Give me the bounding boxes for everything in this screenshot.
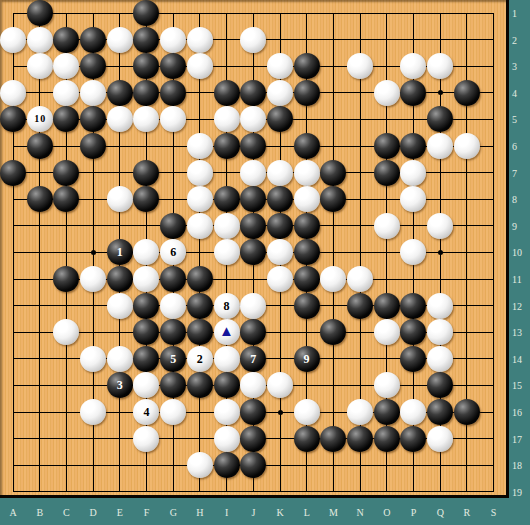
board-cell[interactable] — [80, 239, 107, 266]
board-cell[interactable] — [80, 79, 107, 106]
board-cell[interactable] — [80, 292, 107, 319]
board-cell[interactable] — [160, 266, 187, 293]
board-cell[interactable] — [267, 425, 294, 452]
board-cell[interactable] — [26, 79, 53, 106]
board-cell[interactable] — [106, 159, 133, 186]
board-cell[interactable] — [106, 26, 133, 53]
board-cell[interactable] — [240, 186, 267, 213]
board-cell[interactable] — [213, 478, 240, 505]
board-cell[interactable] — [240, 372, 267, 399]
board-cell[interactable] — [106, 53, 133, 80]
board-cell[interactable] — [106, 212, 133, 239]
board-cell[interactable] — [267, 478, 294, 505]
board-cell[interactable] — [347, 106, 374, 133]
board-cell[interactable] — [373, 133, 400, 160]
board-cell[interactable] — [187, 186, 214, 213]
board-cell[interactable] — [267, 292, 294, 319]
board-cell[interactable] — [400, 26, 427, 53]
board-cell[interactable] — [213, 159, 240, 186]
board-cell[interactable] — [480, 425, 507, 452]
board-cell[interactable] — [373, 399, 400, 426]
board-cell[interactable] — [400, 319, 427, 346]
board-cell[interactable] — [0, 212, 26, 239]
board-cell[interactable] — [240, 133, 267, 160]
board-cell[interactable] — [80, 0, 107, 26]
board-cell[interactable] — [427, 159, 454, 186]
board-cell[interactable] — [400, 159, 427, 186]
board-cell[interactable] — [133, 239, 160, 266]
board-cell[interactable] — [293, 79, 320, 106]
board-cell[interactable] — [80, 159, 107, 186]
board-cell[interactable] — [160, 186, 187, 213]
board-cell[interactable] — [453, 345, 480, 372]
board-cell[interactable] — [160, 399, 187, 426]
board-cell[interactable] — [53, 292, 80, 319]
board-cell[interactable] — [0, 26, 26, 53]
board-cell[interactable] — [480, 53, 507, 80]
board-cell[interactable] — [133, 0, 160, 26]
board-cell[interactable] — [347, 53, 374, 80]
board-cell[interactable] — [347, 26, 374, 53]
board-cell[interactable] — [427, 133, 454, 160]
board-cell[interactable] — [213, 53, 240, 80]
board-cell[interactable] — [160, 0, 187, 26]
board-cell[interactable] — [480, 106, 507, 133]
board-cell[interactable] — [293, 399, 320, 426]
board-cell[interactable]: ▲ — [213, 319, 240, 346]
board-cell[interactable] — [293, 133, 320, 160]
board-cell[interactable] — [400, 345, 427, 372]
board-cell[interactable] — [160, 372, 187, 399]
board-cell[interactable] — [453, 425, 480, 452]
board-cell[interactable] — [187, 239, 214, 266]
board-cell[interactable] — [373, 53, 400, 80]
board-cell[interactable] — [160, 133, 187, 160]
board-cell[interactable] — [26, 425, 53, 452]
board-cell[interactable] — [213, 399, 240, 426]
board-cell[interactable] — [53, 266, 80, 293]
board-cell[interactable]: 9 — [293, 345, 320, 372]
board-cell[interactable] — [453, 106, 480, 133]
board-cell[interactable]: 7 — [240, 345, 267, 372]
board-cell[interactable] — [53, 319, 80, 346]
board-cell[interactable] — [0, 478, 26, 505]
board-cell[interactable] — [427, 399, 454, 426]
board-cell[interactable] — [240, 425, 267, 452]
board-cell[interactable] — [293, 53, 320, 80]
board-cell[interactable] — [427, 186, 454, 213]
board-cell[interactable] — [0, 345, 26, 372]
board-cell[interactable] — [267, 266, 294, 293]
board-cell[interactable] — [320, 0, 347, 26]
board-cell[interactable] — [347, 159, 374, 186]
board-cell[interactable] — [480, 159, 507, 186]
board-cell[interactable] — [267, 79, 294, 106]
board-cell[interactable] — [213, 133, 240, 160]
board-cell[interactable] — [187, 478, 214, 505]
board-cell[interactable] — [347, 425, 374, 452]
board-cell[interactable] — [320, 186, 347, 213]
board-cell[interactable] — [453, 292, 480, 319]
board-cell[interactable] — [400, 452, 427, 479]
board-cell[interactable] — [26, 159, 53, 186]
board-cell[interactable] — [26, 292, 53, 319]
board-cell[interactable] — [240, 0, 267, 26]
board-cell[interactable] — [373, 452, 400, 479]
board-cell[interactable]: 10 — [26, 106, 53, 133]
board-cell[interactable] — [480, 319, 507, 346]
board-cell[interactable] — [0, 372, 26, 399]
board-cell[interactable] — [53, 186, 80, 213]
board-cell[interactable] — [53, 133, 80, 160]
board-cell[interactable] — [480, 239, 507, 266]
board-cell[interactable] — [53, 345, 80, 372]
board-cell[interactable] — [267, 399, 294, 426]
board-cell[interactable] — [240, 266, 267, 293]
board-cell[interactable] — [320, 372, 347, 399]
board-cell[interactable] — [240, 478, 267, 505]
board-cell[interactable] — [427, 319, 454, 346]
board-cell[interactable] — [80, 133, 107, 160]
board-cell[interactable] — [293, 26, 320, 53]
board-cell[interactable] — [53, 159, 80, 186]
board-cell[interactable] — [267, 53, 294, 80]
board-cell[interactable] — [26, 478, 53, 505]
board-cell[interactable] — [0, 79, 26, 106]
board-cell[interactable] — [320, 266, 347, 293]
board-cell[interactable] — [347, 399, 374, 426]
board-cell[interactable] — [400, 239, 427, 266]
board-cell[interactable] — [0, 53, 26, 80]
board-cell[interactable] — [453, 478, 480, 505]
board-cell[interactable] — [400, 372, 427, 399]
board-cell[interactable] — [480, 478, 507, 505]
board-cell[interactable] — [267, 212, 294, 239]
board-cell[interactable] — [80, 26, 107, 53]
board-cell[interactable] — [0, 159, 26, 186]
board-cell[interactable] — [267, 0, 294, 26]
board-cell[interactable] — [267, 345, 294, 372]
board-cell[interactable] — [267, 372, 294, 399]
board-cell[interactable] — [106, 266, 133, 293]
board-cell[interactable] — [106, 186, 133, 213]
board-cell[interactable] — [400, 292, 427, 319]
board-cell[interactable] — [53, 478, 80, 505]
board-cell[interactable] — [480, 133, 507, 160]
board-cell[interactable] — [453, 399, 480, 426]
board-cell[interactable] — [187, 0, 214, 26]
board-cell[interactable] — [187, 26, 214, 53]
board-cell[interactable] — [320, 53, 347, 80]
board-cell[interactable] — [293, 0, 320, 26]
board-cell[interactable] — [347, 319, 374, 346]
board-cell[interactable] — [213, 79, 240, 106]
board-cell[interactable] — [53, 106, 80, 133]
board-cell[interactable] — [160, 79, 187, 106]
board-cell[interactable] — [213, 106, 240, 133]
board-cell[interactable] — [347, 266, 374, 293]
board-cell[interactable] — [53, 79, 80, 106]
board-cell[interactable] — [240, 319, 267, 346]
board-cell[interactable] — [453, 212, 480, 239]
board-cell[interactable] — [453, 319, 480, 346]
board-cell[interactable] — [480, 399, 507, 426]
board-cell[interactable] — [400, 425, 427, 452]
board-cell[interactable] — [240, 26, 267, 53]
board-cell[interactable] — [213, 425, 240, 452]
board-cell[interactable] — [320, 399, 347, 426]
board-cell[interactable] — [26, 266, 53, 293]
board-cell[interactable] — [80, 53, 107, 80]
board-cell[interactable]: 1 — [106, 239, 133, 266]
board-cell[interactable] — [213, 345, 240, 372]
board-cell[interactable] — [133, 212, 160, 239]
board-cell[interactable] — [293, 319, 320, 346]
board-cell[interactable] — [373, 186, 400, 213]
board-cell[interactable] — [213, 452, 240, 479]
board-cell[interactable] — [0, 106, 26, 133]
board-cell[interactable] — [320, 159, 347, 186]
board-cell[interactable] — [106, 345, 133, 372]
board-cell[interactable] — [80, 212, 107, 239]
board-cell[interactable] — [267, 239, 294, 266]
board-cell[interactable] — [427, 266, 454, 293]
board-cell[interactable] — [267, 319, 294, 346]
board-cell[interactable] — [133, 266, 160, 293]
board-cell[interactable] — [293, 266, 320, 293]
board-cell[interactable] — [26, 319, 53, 346]
board-cell[interactable] — [0, 319, 26, 346]
board-cell[interactable] — [293, 106, 320, 133]
board-cell[interactable] — [373, 478, 400, 505]
board-cell[interactable] — [320, 79, 347, 106]
board-cell[interactable] — [427, 345, 454, 372]
board-cell[interactable] — [0, 239, 26, 266]
board-cell[interactable] — [106, 292, 133, 319]
board-cell[interactable] — [267, 159, 294, 186]
board-cell[interactable] — [53, 0, 80, 26]
board-cell[interactable] — [320, 212, 347, 239]
board-cell[interactable] — [400, 79, 427, 106]
board-cell[interactable] — [373, 266, 400, 293]
board-cell[interactable] — [213, 239, 240, 266]
board-cell[interactable] — [0, 399, 26, 426]
board-cell[interactable] — [213, 0, 240, 26]
board-cell[interactable] — [187, 399, 214, 426]
board-cell[interactable] — [293, 159, 320, 186]
board-cell[interactable] — [133, 345, 160, 372]
board-cell[interactable] — [347, 133, 374, 160]
board-cell[interactable] — [0, 425, 26, 452]
board-cell[interactable] — [400, 53, 427, 80]
board-cell[interactable] — [427, 239, 454, 266]
board-cell[interactable] — [133, 478, 160, 505]
board-cell[interactable] — [427, 452, 454, 479]
board-cell[interactable] — [187, 159, 214, 186]
board-cell[interactable] — [453, 452, 480, 479]
board-cell[interactable] — [133, 26, 160, 53]
board-cell[interactable] — [373, 319, 400, 346]
board-cell[interactable] — [293, 478, 320, 505]
board-cell[interactable] — [347, 186, 374, 213]
board-cell[interactable] — [400, 133, 427, 160]
board-cell[interactable] — [240, 106, 267, 133]
board-cell[interactable] — [80, 106, 107, 133]
board-cell[interactable] — [453, 159, 480, 186]
board-cell[interactable] — [320, 133, 347, 160]
board-cell[interactable] — [480, 345, 507, 372]
board-cell[interactable] — [373, 372, 400, 399]
board-cell[interactable] — [320, 425, 347, 452]
board-cell[interactable] — [427, 292, 454, 319]
board-cell[interactable] — [0, 452, 26, 479]
board-cell[interactable] — [0, 0, 26, 26]
board-cell[interactable] — [427, 0, 454, 26]
board-cell[interactable] — [106, 399, 133, 426]
board-cell[interactable] — [267, 106, 294, 133]
board-cell[interactable] — [133, 53, 160, 80]
board-cell[interactable] — [187, 53, 214, 80]
board-cell[interactable] — [240, 79, 267, 106]
board-cell[interactable] — [187, 212, 214, 239]
board-cell[interactable] — [320, 478, 347, 505]
board-cell[interactable] — [240, 212, 267, 239]
board-cell[interactable] — [160, 478, 187, 505]
board-cell[interactable] — [213, 26, 240, 53]
board-cell[interactable] — [453, 266, 480, 293]
board-cell[interactable] — [347, 478, 374, 505]
board-cell[interactable] — [320, 452, 347, 479]
board-cell[interactable] — [53, 425, 80, 452]
board-cell[interactable]: 4 — [133, 399, 160, 426]
board-cell[interactable] — [53, 239, 80, 266]
board-cell[interactable] — [160, 26, 187, 53]
board-cell[interactable] — [320, 239, 347, 266]
board-cell[interactable] — [26, 0, 53, 26]
board-cell[interactable] — [80, 319, 107, 346]
board-cell[interactable] — [240, 239, 267, 266]
board-cell[interactable] — [26, 53, 53, 80]
board-cell[interactable] — [187, 319, 214, 346]
board-cell[interactable] — [0, 292, 26, 319]
board-cell[interactable] — [187, 133, 214, 160]
board-cell[interactable] — [53, 452, 80, 479]
board-cell[interactable] — [480, 79, 507, 106]
board-cell[interactable] — [293, 452, 320, 479]
board-cell[interactable] — [347, 372, 374, 399]
board-cell[interactable] — [26, 26, 53, 53]
board-cell[interactable] — [427, 425, 454, 452]
board-cell[interactable] — [480, 186, 507, 213]
board-cell[interactable] — [106, 452, 133, 479]
board-cell[interactable] — [373, 106, 400, 133]
board-cell[interactable] — [400, 478, 427, 505]
board-cell[interactable] — [106, 106, 133, 133]
board-cell[interactable] — [293, 425, 320, 452]
board-cell[interactable] — [106, 133, 133, 160]
board-cell[interactable] — [347, 452, 374, 479]
board-cell[interactable] — [480, 0, 507, 26]
board-cell[interactable] — [80, 478, 107, 505]
board-cell[interactable] — [427, 212, 454, 239]
board-cell[interactable] — [347, 292, 374, 319]
board-cell[interactable] — [400, 106, 427, 133]
board-cell[interactable] — [480, 266, 507, 293]
board-cell[interactable] — [320, 106, 347, 133]
board-cell[interactable] — [453, 53, 480, 80]
board-cell[interactable]: 2 — [187, 345, 214, 372]
board-cell[interactable] — [347, 212, 374, 239]
board-cell[interactable] — [187, 266, 214, 293]
board-cell[interactable] — [26, 345, 53, 372]
board-cell[interactable] — [53, 399, 80, 426]
board-cell[interactable] — [480, 452, 507, 479]
board-cell[interactable] — [26, 239, 53, 266]
board-cell[interactable] — [26, 212, 53, 239]
board-cell[interactable] — [133, 186, 160, 213]
board-cell[interactable] — [400, 399, 427, 426]
board-cell[interactable] — [213, 212, 240, 239]
board-cell[interactable] — [133, 106, 160, 133]
board-cell[interactable] — [0, 266, 26, 293]
board-cell[interactable] — [453, 186, 480, 213]
board-cell[interactable] — [427, 79, 454, 106]
board-cell[interactable] — [187, 372, 214, 399]
board-cell[interactable] — [106, 0, 133, 26]
board-cell[interactable] — [453, 239, 480, 266]
board-cell[interactable] — [453, 26, 480, 53]
board-cell[interactable] — [106, 79, 133, 106]
board-cell[interactable] — [106, 319, 133, 346]
board-cell[interactable] — [53, 372, 80, 399]
board-cell[interactable] — [373, 0, 400, 26]
board-cell[interactable] — [160, 292, 187, 319]
board-cell[interactable] — [480, 292, 507, 319]
board-cell[interactable] — [453, 0, 480, 26]
board-cell[interactable]: 3 — [106, 372, 133, 399]
board-cell[interactable] — [347, 79, 374, 106]
board-cell[interactable] — [80, 425, 107, 452]
board-cell[interactable] — [373, 292, 400, 319]
board-cell[interactable] — [26, 372, 53, 399]
board-cell[interactable] — [293, 212, 320, 239]
board-cell[interactable] — [133, 292, 160, 319]
board-cell[interactable] — [240, 159, 267, 186]
board-cell[interactable] — [160, 212, 187, 239]
board-cell[interactable] — [187, 292, 214, 319]
board-cell[interactable] — [213, 266, 240, 293]
board-cell[interactable] — [427, 53, 454, 80]
board-cell[interactable] — [293, 239, 320, 266]
board-cell[interactable] — [53, 26, 80, 53]
board-cell[interactable]: 6 — [160, 239, 187, 266]
board-cell[interactable] — [187, 106, 214, 133]
board-cell[interactable] — [427, 478, 454, 505]
board-cell[interactable] — [347, 345, 374, 372]
board-cell[interactable] — [133, 133, 160, 160]
board-cell[interactable] — [347, 0, 374, 26]
board-cell[interactable] — [133, 79, 160, 106]
board-cell[interactable] — [347, 239, 374, 266]
board-cell[interactable] — [480, 372, 507, 399]
board-cell[interactable] — [240, 452, 267, 479]
board-cell[interactable] — [0, 186, 26, 213]
board-cell[interactable] — [213, 186, 240, 213]
board-cell[interactable] — [320, 319, 347, 346]
board-cell[interactable] — [293, 186, 320, 213]
board-cell[interactable] — [453, 79, 480, 106]
board-cell[interactable] — [133, 452, 160, 479]
